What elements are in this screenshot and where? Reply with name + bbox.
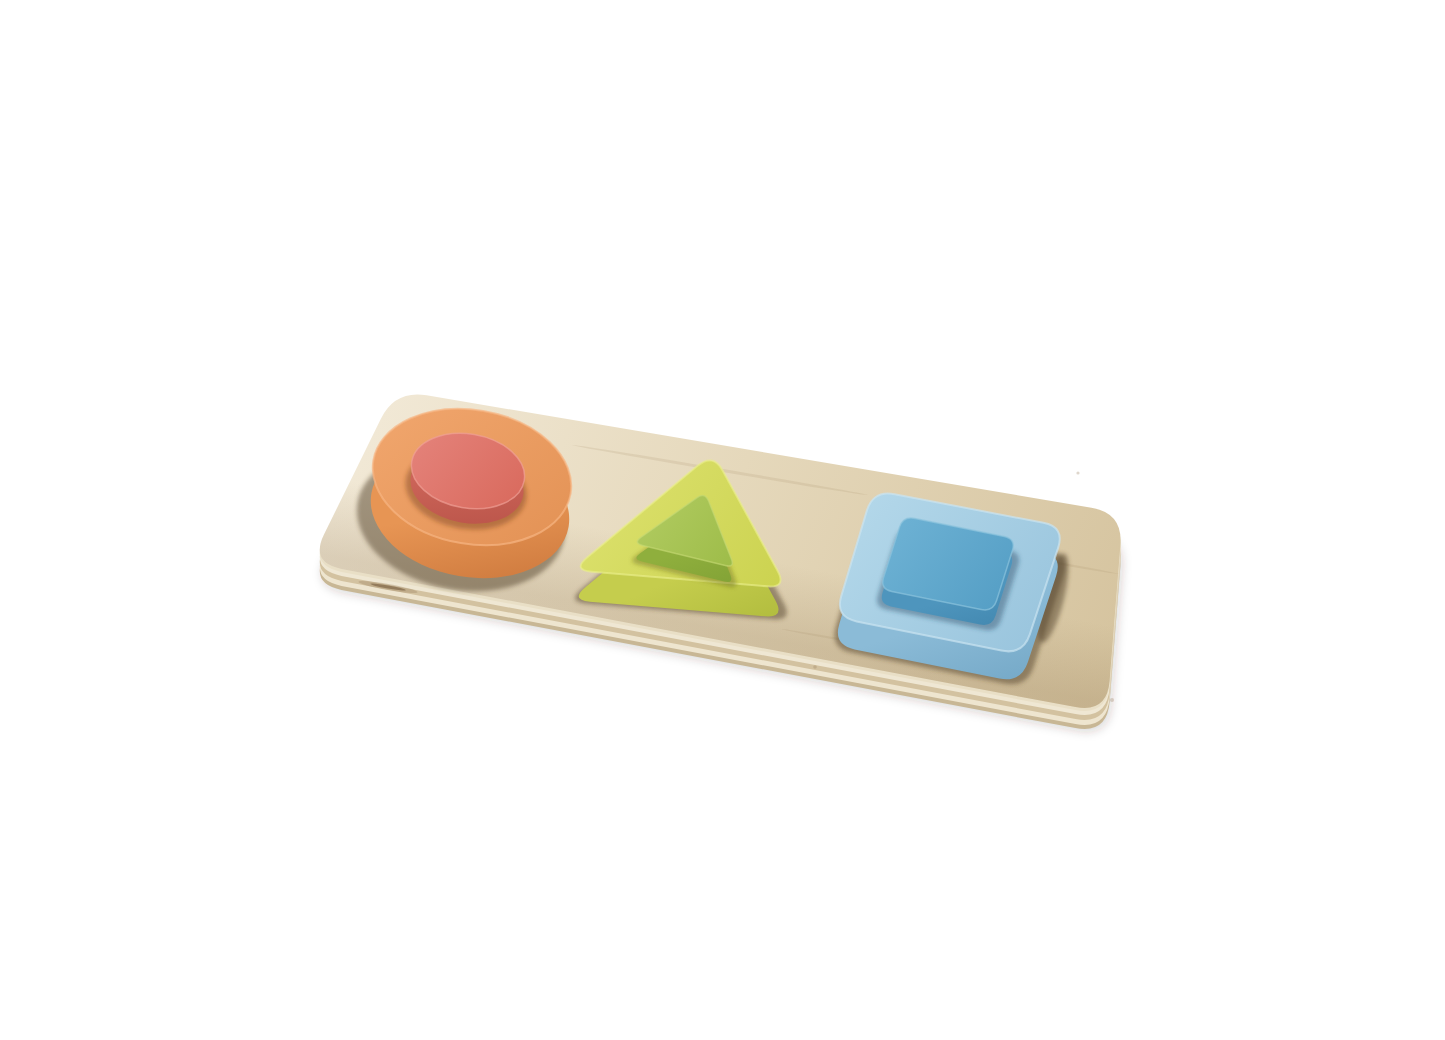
product-photo <box>0 0 1445 1040</box>
wood-grain-speck <box>1110 698 1114 702</box>
toy-photo-svg <box>0 0 1445 1040</box>
wood-grain-speck <box>813 665 817 669</box>
wood-grain-speck <box>1076 471 1079 474</box>
